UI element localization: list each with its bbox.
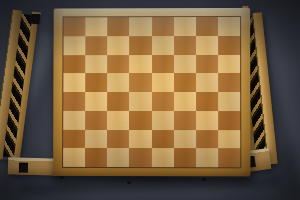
square-h6[interactable]: [218, 54, 240, 73]
square-b1[interactable]: [85, 148, 107, 167]
square-c8[interactable]: [107, 17, 129, 36]
square-b6[interactable]: [85, 55, 107, 74]
square-e7[interactable]: [152, 36, 174, 55]
square-a3[interactable]: [63, 111, 85, 130]
square-e5[interactable]: [152, 73, 174, 92]
left-drawer-end-cap: [30, 11, 40, 24]
square-f8[interactable]: [174, 17, 196, 36]
left-drawer-notch: [19, 163, 28, 173]
photo-scene: [0, 0, 300, 200]
chess-board[interactable]: [53, 8, 250, 177]
square-f4[interactable]: [174, 92, 196, 111]
board-foot: [127, 181, 131, 184]
square-d6[interactable]: [129, 55, 151, 74]
square-a1[interactable]: [63, 148, 85, 167]
square-d1[interactable]: [129, 148, 151, 167]
square-b7[interactable]: [85, 36, 107, 55]
square-a2[interactable]: [63, 129, 85, 148]
square-b2[interactable]: [85, 129, 107, 148]
square-a7[interactable]: [63, 36, 85, 55]
square-d7[interactable]: [129, 36, 151, 55]
square-c3[interactable]: [107, 111, 129, 130]
square-f6[interactable]: [174, 54, 196, 73]
square-b3[interactable]: [85, 111, 107, 130]
square-h3[interactable]: [218, 111, 240, 130]
square-e6[interactable]: [152, 55, 174, 74]
board-seam: [62, 16, 241, 168]
square-e8[interactable]: [152, 17, 174, 36]
board-foot: [60, 176, 64, 179]
square-h4[interactable]: [218, 92, 240, 111]
square-c6[interactable]: [107, 55, 129, 74]
square-c4[interactable]: [107, 92, 129, 111]
square-g7[interactable]: [196, 36, 218, 55]
square-g2[interactable]: [196, 130, 218, 149]
left-piece-drawer[interactable]: [0, 9, 39, 161]
square-f7[interactable]: [174, 36, 196, 55]
square-b5[interactable]: [85, 73, 107, 92]
square-g3[interactable]: [196, 111, 218, 130]
square-a8[interactable]: [64, 17, 86, 36]
square-g4[interactable]: [196, 92, 218, 111]
square-f5[interactable]: [174, 73, 196, 92]
square-c1[interactable]: [107, 148, 129, 167]
square-h2[interactable]: [218, 130, 240, 149]
square-g1[interactable]: [196, 148, 218, 167]
square-e4[interactable]: [151, 92, 173, 111]
chess-board-grid: [63, 17, 240, 167]
square-e1[interactable]: [151, 148, 173, 167]
square-a5[interactable]: [63, 73, 85, 92]
square-b8[interactable]: [85, 17, 107, 36]
square-d3[interactable]: [129, 111, 151, 130]
square-d2[interactable]: [129, 129, 151, 148]
board-foot: [202, 178, 206, 181]
square-d5[interactable]: [129, 73, 151, 92]
square-f3[interactable]: [174, 111, 196, 130]
square-d4[interactable]: [129, 92, 151, 111]
square-c2[interactable]: [107, 129, 129, 148]
square-f2[interactable]: [174, 130, 196, 149]
square-e2[interactable]: [151, 130, 173, 149]
square-d8[interactable]: [129, 17, 151, 36]
square-h8[interactable]: [218, 17, 240, 36]
square-g5[interactable]: [196, 73, 218, 92]
square-a6[interactable]: [63, 55, 85, 74]
square-g8[interactable]: [196, 17, 218, 36]
square-h1[interactable]: [218, 148, 240, 167]
square-h5[interactable]: [218, 73, 240, 92]
square-e3[interactable]: [151, 111, 173, 130]
square-b4[interactable]: [85, 92, 107, 111]
square-f1[interactable]: [174, 148, 196, 167]
square-c5[interactable]: [107, 73, 129, 92]
square-h7[interactable]: [218, 36, 240, 55]
square-g6[interactable]: [196, 54, 218, 73]
square-c7[interactable]: [107, 36, 129, 55]
square-a4[interactable]: [63, 92, 85, 111]
